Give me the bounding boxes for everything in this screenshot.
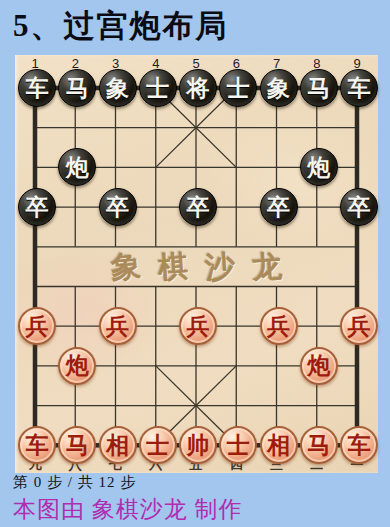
- piece-red-c2r7[interactable]: 炮: [58, 347, 96, 385]
- river-char: 龙: [251, 246, 284, 289]
- piece-black-c1r0[interactable]: 车: [18, 69, 56, 107]
- piece-black-c3r3[interactable]: 卒: [99, 188, 137, 226]
- piece-red-c7r6[interactable]: 兵: [260, 307, 298, 345]
- piece-red-c8r7[interactable]: 炮: [300, 347, 338, 385]
- piece-black-c8r0[interactable]: 马: [300, 69, 338, 107]
- piece-black-c8r2[interactable]: 炮: [300, 148, 338, 186]
- piece-black-c7r0[interactable]: 象: [260, 69, 298, 107]
- piece-black-c1r3[interactable]: 卒: [18, 188, 56, 226]
- piece-red-c8r9[interactable]: 马: [300, 426, 338, 464]
- river-char: 棋: [157, 246, 190, 289]
- piece-red-c3r9[interactable]: 相: [99, 426, 137, 464]
- credit-line: 本图由 象棋沙龙 制作: [13, 494, 243, 525]
- piece-red-c7r9[interactable]: 相: [260, 426, 298, 464]
- piece-black-c3r0[interactable]: 象: [99, 69, 137, 107]
- move-counter: 第 0 步 / 共 12 步: [13, 473, 136, 492]
- piece-red-c1r6[interactable]: 兵: [18, 307, 56, 345]
- piece-black-c7r3[interactable]: 卒: [260, 188, 298, 226]
- piece-black-c9r0[interactable]: 车: [340, 69, 378, 107]
- piece-black-c5r0[interactable]: 将: [179, 69, 217, 107]
- piece-red-c4r9[interactable]: 士: [139, 426, 177, 464]
- piece-black-c6r0[interactable]: 士: [219, 69, 257, 107]
- xiangqi-board: 象棋沙龙 123456789九八七六五四三二一车马象士将士象马车炮炮卒卒卒卒卒兵…: [15, 55, 378, 473]
- piece-black-c4r0[interactable]: 士: [139, 69, 177, 107]
- river-char: 沙: [204, 246, 237, 289]
- page-title: 5、过宫炮布局: [13, 5, 229, 47]
- piece-black-c9r3[interactable]: 卒: [340, 188, 378, 226]
- piece-red-c9r6[interactable]: 兵: [340, 307, 378, 345]
- piece-black-c2r0[interactable]: 马: [58, 69, 96, 107]
- river-char: 象: [110, 246, 143, 289]
- piece-red-c3r6[interactable]: 兵: [99, 307, 137, 345]
- river-watermark: 象棋沙龙: [15, 249, 378, 285]
- page: 5、过宫炮布局 象棋沙龙 123456789九八七六五四三二一车马象士将士象马车…: [0, 0, 390, 527]
- piece-red-c5r6[interactable]: 兵: [179, 307, 217, 345]
- piece-black-c5r3[interactable]: 卒: [179, 188, 217, 226]
